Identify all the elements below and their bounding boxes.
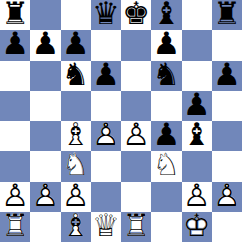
piece-glyph-fill: ♜ (1, 210, 29, 241)
piece-glyph-fill: ♞ (152, 149, 180, 180)
piece-glyph-solid: ♟ (31, 28, 59, 59)
square-g2[interactable]: ♟♙ (182, 182, 212, 212)
piece-glyph-fill: ♟ (62, 180, 90, 211)
piece-glyph-outline: ♗ (62, 210, 90, 241)
square-h6[interactable]: ♟ (212, 61, 242, 91)
piece-glyph-fill: ♟ (122, 119, 150, 150)
piece-glyph-outline: ♙ (1, 180, 29, 211)
piece-glyph-outline: ♖ (1, 210, 29, 241)
piece-glyph-outline: ♕ (92, 210, 120, 241)
square-e7[interactable] (121, 30, 151, 60)
square-d8[interactable]: ♛ (91, 0, 121, 30)
piece-white-knight[interactable]: ♞♘ (151, 151, 181, 181)
square-e3[interactable] (121, 151, 151, 181)
piece-glyph-fill: ♝ (62, 119, 90, 150)
piece-white-pawn[interactable]: ♟♙ (91, 121, 121, 151)
square-c3[interactable]: ♞♘ (61, 151, 91, 181)
piece-black-knight[interactable]: ♞ (151, 61, 181, 91)
square-g3[interactable] (182, 151, 212, 181)
square-b3[interactable] (30, 151, 60, 181)
square-g1[interactable]: ♚♔ (182, 212, 212, 242)
square-d3[interactable] (91, 151, 121, 181)
square-b1[interactable] (30, 212, 60, 242)
piece-glyph-outline: ♙ (62, 180, 90, 211)
piece-glyph-outline: ♙ (31, 180, 59, 211)
piece-glyph-fill: ♜ (122, 210, 150, 241)
piece-glyph-outline: ♙ (183, 180, 211, 211)
piece-glyph-solid: ♛ (92, 0, 120, 29)
piece-white-bishop[interactable]: ♝♗ (61, 121, 91, 151)
piece-glyph-fill: ♟ (92, 119, 120, 150)
square-d2[interactable] (91, 182, 121, 212)
piece-black-pawn[interactable]: ♟ (61, 30, 91, 60)
square-f8[interactable]: ♝ (151, 0, 181, 30)
piece-white-pawn[interactable]: ♟♙ (212, 182, 242, 212)
square-c4[interactable]: ♝♗ (61, 121, 91, 151)
piece-white-pawn[interactable]: ♟♙ (0, 182, 30, 212)
piece-black-bishop[interactable]: ♝ (151, 0, 181, 30)
piece-black-bishop[interactable]: ♝ (182, 121, 212, 151)
square-c5[interactable] (61, 91, 91, 121)
square-f4[interactable]: ♟ (151, 121, 181, 151)
piece-black-pawn[interactable]: ♟ (30, 30, 60, 60)
piece-black-rook[interactable]: ♜ (212, 0, 242, 30)
piece-glyph-outline: ♗ (62, 119, 90, 150)
square-b7[interactable]: ♟ (30, 30, 60, 60)
square-b5[interactable] (30, 91, 60, 121)
piece-black-knight[interactable]: ♞ (61, 61, 91, 91)
square-h4[interactable] (212, 121, 242, 151)
square-e2[interactable] (121, 182, 151, 212)
square-a4[interactable] (0, 121, 30, 151)
piece-white-rook[interactable]: ♜♖ (0, 212, 30, 242)
square-a7[interactable]: ♟ (0, 30, 30, 60)
piece-glyph-outline: ♘ (62, 149, 90, 180)
square-d5[interactable] (91, 91, 121, 121)
piece-glyph-solid: ♟ (1, 28, 29, 59)
piece-black-queen[interactable]: ♛ (91, 0, 121, 30)
square-f7[interactable]: ♟ (151, 30, 181, 60)
piece-glyph-solid: ♟ (152, 28, 180, 59)
piece-glyph-solid: ♟ (183, 89, 211, 120)
square-e4[interactable]: ♟♙ (121, 121, 151, 151)
square-c6[interactable]: ♞ (61, 61, 91, 91)
square-a5[interactable] (0, 91, 30, 121)
square-f5[interactable] (151, 91, 181, 121)
square-c7[interactable]: ♟ (61, 30, 91, 60)
square-h7[interactable] (212, 30, 242, 60)
square-a2[interactable]: ♟♙ (0, 182, 30, 212)
square-e8[interactable]: ♚ (121, 0, 151, 30)
piece-white-knight[interactable]: ♞♘ (61, 151, 91, 181)
piece-glyph-solid: ♝ (183, 119, 211, 150)
square-b4[interactable] (30, 121, 60, 151)
piece-black-king[interactable]: ♚ (121, 0, 151, 30)
piece-glyph-fill: ♚ (183, 210, 211, 241)
piece-white-queen[interactable]: ♛♕ (91, 212, 121, 242)
piece-glyph-solid: ♞ (62, 59, 90, 90)
piece-glyph-fill: ♟ (31, 180, 59, 211)
piece-glyph-outline: ♖ (122, 210, 150, 241)
square-c8[interactable] (61, 0, 91, 30)
square-g7[interactable] (182, 30, 212, 60)
square-a1[interactable]: ♜♖ (0, 212, 30, 242)
piece-black-pawn[interactable]: ♟ (0, 30, 30, 60)
piece-white-pawn[interactable]: ♟♙ (30, 182, 60, 212)
piece-black-pawn[interactable]: ♟ (151, 30, 181, 60)
chess-board: ♜♛♚♝♜♟♟♟♟♞♟♞♟♟♝♗♟♙♟♙♟♝♞♘♞♘♟♙♟♙♟♙♟♙♟♙♜♖♝♗… (0, 0, 242, 242)
square-e5[interactable] (121, 91, 151, 121)
square-d1[interactable]: ♛♕ (91, 212, 121, 242)
piece-black-pawn[interactable]: ♟ (151, 121, 181, 151)
piece-white-pawn[interactable]: ♟♙ (121, 121, 151, 151)
square-c1[interactable]: ♝♗ (61, 212, 91, 242)
piece-glyph-solid: ♟ (152, 119, 180, 150)
square-f2[interactable] (151, 182, 181, 212)
piece-glyph-fill: ♞ (62, 149, 90, 180)
square-h3[interactable] (212, 151, 242, 181)
piece-glyph-solid: ♟ (213, 59, 241, 90)
piece-glyph-outline: ♙ (122, 119, 150, 150)
piece-white-king[interactable]: ♚♔ (182, 212, 212, 242)
piece-glyph-solid: ♚ (122, 0, 150, 29)
piece-black-pawn[interactable]: ♟ (91, 61, 121, 91)
piece-glyph-fill: ♝ (62, 210, 90, 241)
piece-glyph-outline: ♔ (183, 210, 211, 241)
square-a6[interactable] (0, 61, 30, 91)
square-g4[interactable]: ♝ (182, 121, 212, 151)
square-e1[interactable]: ♜♖ (121, 212, 151, 242)
square-h8[interactable]: ♜ (212, 0, 242, 30)
piece-white-pawn[interactable]: ♟♙ (61, 182, 91, 212)
piece-white-bishop[interactable]: ♝♗ (61, 212, 91, 242)
square-d7[interactable] (91, 30, 121, 60)
piece-glyph-solid: ♟ (62, 28, 90, 59)
piece-glyph-fill: ♟ (183, 180, 211, 211)
square-g6[interactable] (182, 61, 212, 91)
piece-glyph-outline: ♙ (92, 119, 120, 150)
piece-white-pawn[interactable]: ♟♙ (182, 182, 212, 212)
piece-glyph-outline: ♘ (152, 149, 180, 180)
piece-white-rook[interactable]: ♜♖ (121, 212, 151, 242)
piece-glyph-fill: ♟ (1, 180, 29, 211)
piece-glyph-fill: ♟ (213, 180, 241, 211)
square-h1[interactable] (212, 212, 242, 242)
piece-black-pawn[interactable]: ♟ (212, 61, 242, 91)
square-a3[interactable] (0, 151, 30, 181)
square-a8[interactable]: ♜ (0, 0, 30, 30)
square-e6[interactable] (121, 61, 151, 91)
piece-glyph-solid: ♜ (213, 0, 241, 29)
square-b2[interactable]: ♟♙ (30, 182, 60, 212)
piece-glyph-solid: ♟ (92, 59, 120, 90)
square-d6[interactable]: ♟ (91, 61, 121, 91)
piece-glyph-fill: ♛ (92, 210, 120, 241)
piece-glyph-solid: ♞ (152, 59, 180, 90)
piece-black-pawn[interactable]: ♟ (182, 91, 212, 121)
piece-glyph-solid: ♜ (1, 0, 29, 29)
square-d4[interactable]: ♟♙ (91, 121, 121, 151)
square-b8[interactable] (30, 0, 60, 30)
square-g8[interactable] (182, 0, 212, 30)
square-f6[interactable]: ♞ (151, 61, 181, 91)
square-c2[interactable]: ♟♙ (61, 182, 91, 212)
square-b6[interactable] (30, 61, 60, 91)
square-h5[interactable] (212, 91, 242, 121)
piece-black-rook[interactable]: ♜ (0, 0, 30, 30)
square-g5[interactable]: ♟ (182, 91, 212, 121)
piece-glyph-outline: ♙ (213, 180, 241, 211)
square-h2[interactable]: ♟♙ (212, 182, 242, 212)
piece-glyph-solid: ♝ (152, 0, 180, 29)
square-f1[interactable] (151, 212, 181, 242)
square-f3[interactable]: ♞♘ (151, 151, 181, 181)
